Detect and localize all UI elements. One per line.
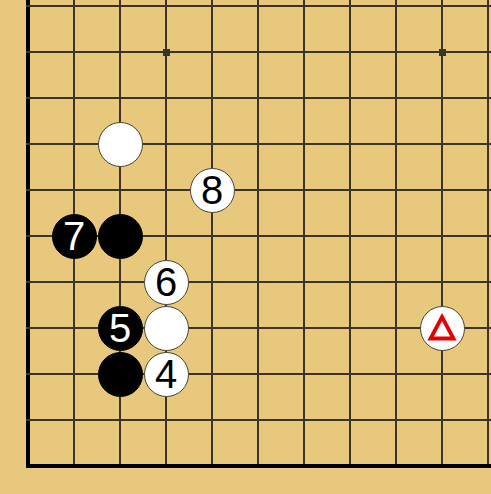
stone-black-C6[interactable] — [98, 214, 143, 259]
grid-line-vertical — [441, 0, 443, 468]
go-diagram: 87654 — [0, 0, 491, 494]
star-point-D10 — [163, 49, 170, 56]
star-point-K10 — [439, 49, 446, 56]
board-edge-left — [26, 0, 30, 468]
grid-line-vertical — [165, 0, 167, 468]
stone-white-K4[interactable] — [420, 306, 465, 351]
grid-line-horizontal — [26, 373, 491, 375]
stone-white-D5[interactable]: 6 — [144, 260, 189, 305]
move-number: 6 — [155, 262, 177, 302]
grid-line-horizontal — [26, 143, 491, 145]
stone-black-C3[interactable] — [98, 352, 143, 397]
grid-line-vertical — [395, 0, 397, 468]
stone-white-E7[interactable]: 8 — [190, 168, 235, 213]
board-edge-bottom — [26, 464, 491, 468]
grid-line-horizontal — [26, 281, 491, 283]
go-board[interactable]: 87654 — [0, 0, 491, 494]
grid-line-horizontal — [26, 419, 491, 421]
grid-line-horizontal — [26, 97, 491, 99]
grid-line-vertical — [487, 0, 489, 468]
grid-line-vertical — [211, 0, 213, 468]
grid-line-vertical — [257, 0, 259, 468]
move-number: 7 — [63, 216, 85, 256]
grid-line-vertical — [303, 0, 305, 468]
grid-line-vertical — [349, 0, 351, 468]
move-number: 8 — [201, 170, 223, 210]
move-number: 4 — [155, 354, 177, 394]
stone-white-C8[interactable] — [98, 122, 143, 167]
stone-black-C4[interactable]: 5 — [98, 306, 143, 351]
stone-white-D3[interactable]: 4 — [144, 352, 189, 397]
move-number: 5 — [109, 308, 131, 348]
triangle-mark-icon — [427, 313, 457, 343]
stone-white-D4[interactable] — [144, 306, 189, 351]
stone-black-B6[interactable]: 7 — [52, 214, 97, 259]
grid-line-horizontal — [26, 189, 491, 191]
grid-line-horizontal — [26, 5, 491, 7]
grid-line-horizontal — [26, 51, 491, 53]
